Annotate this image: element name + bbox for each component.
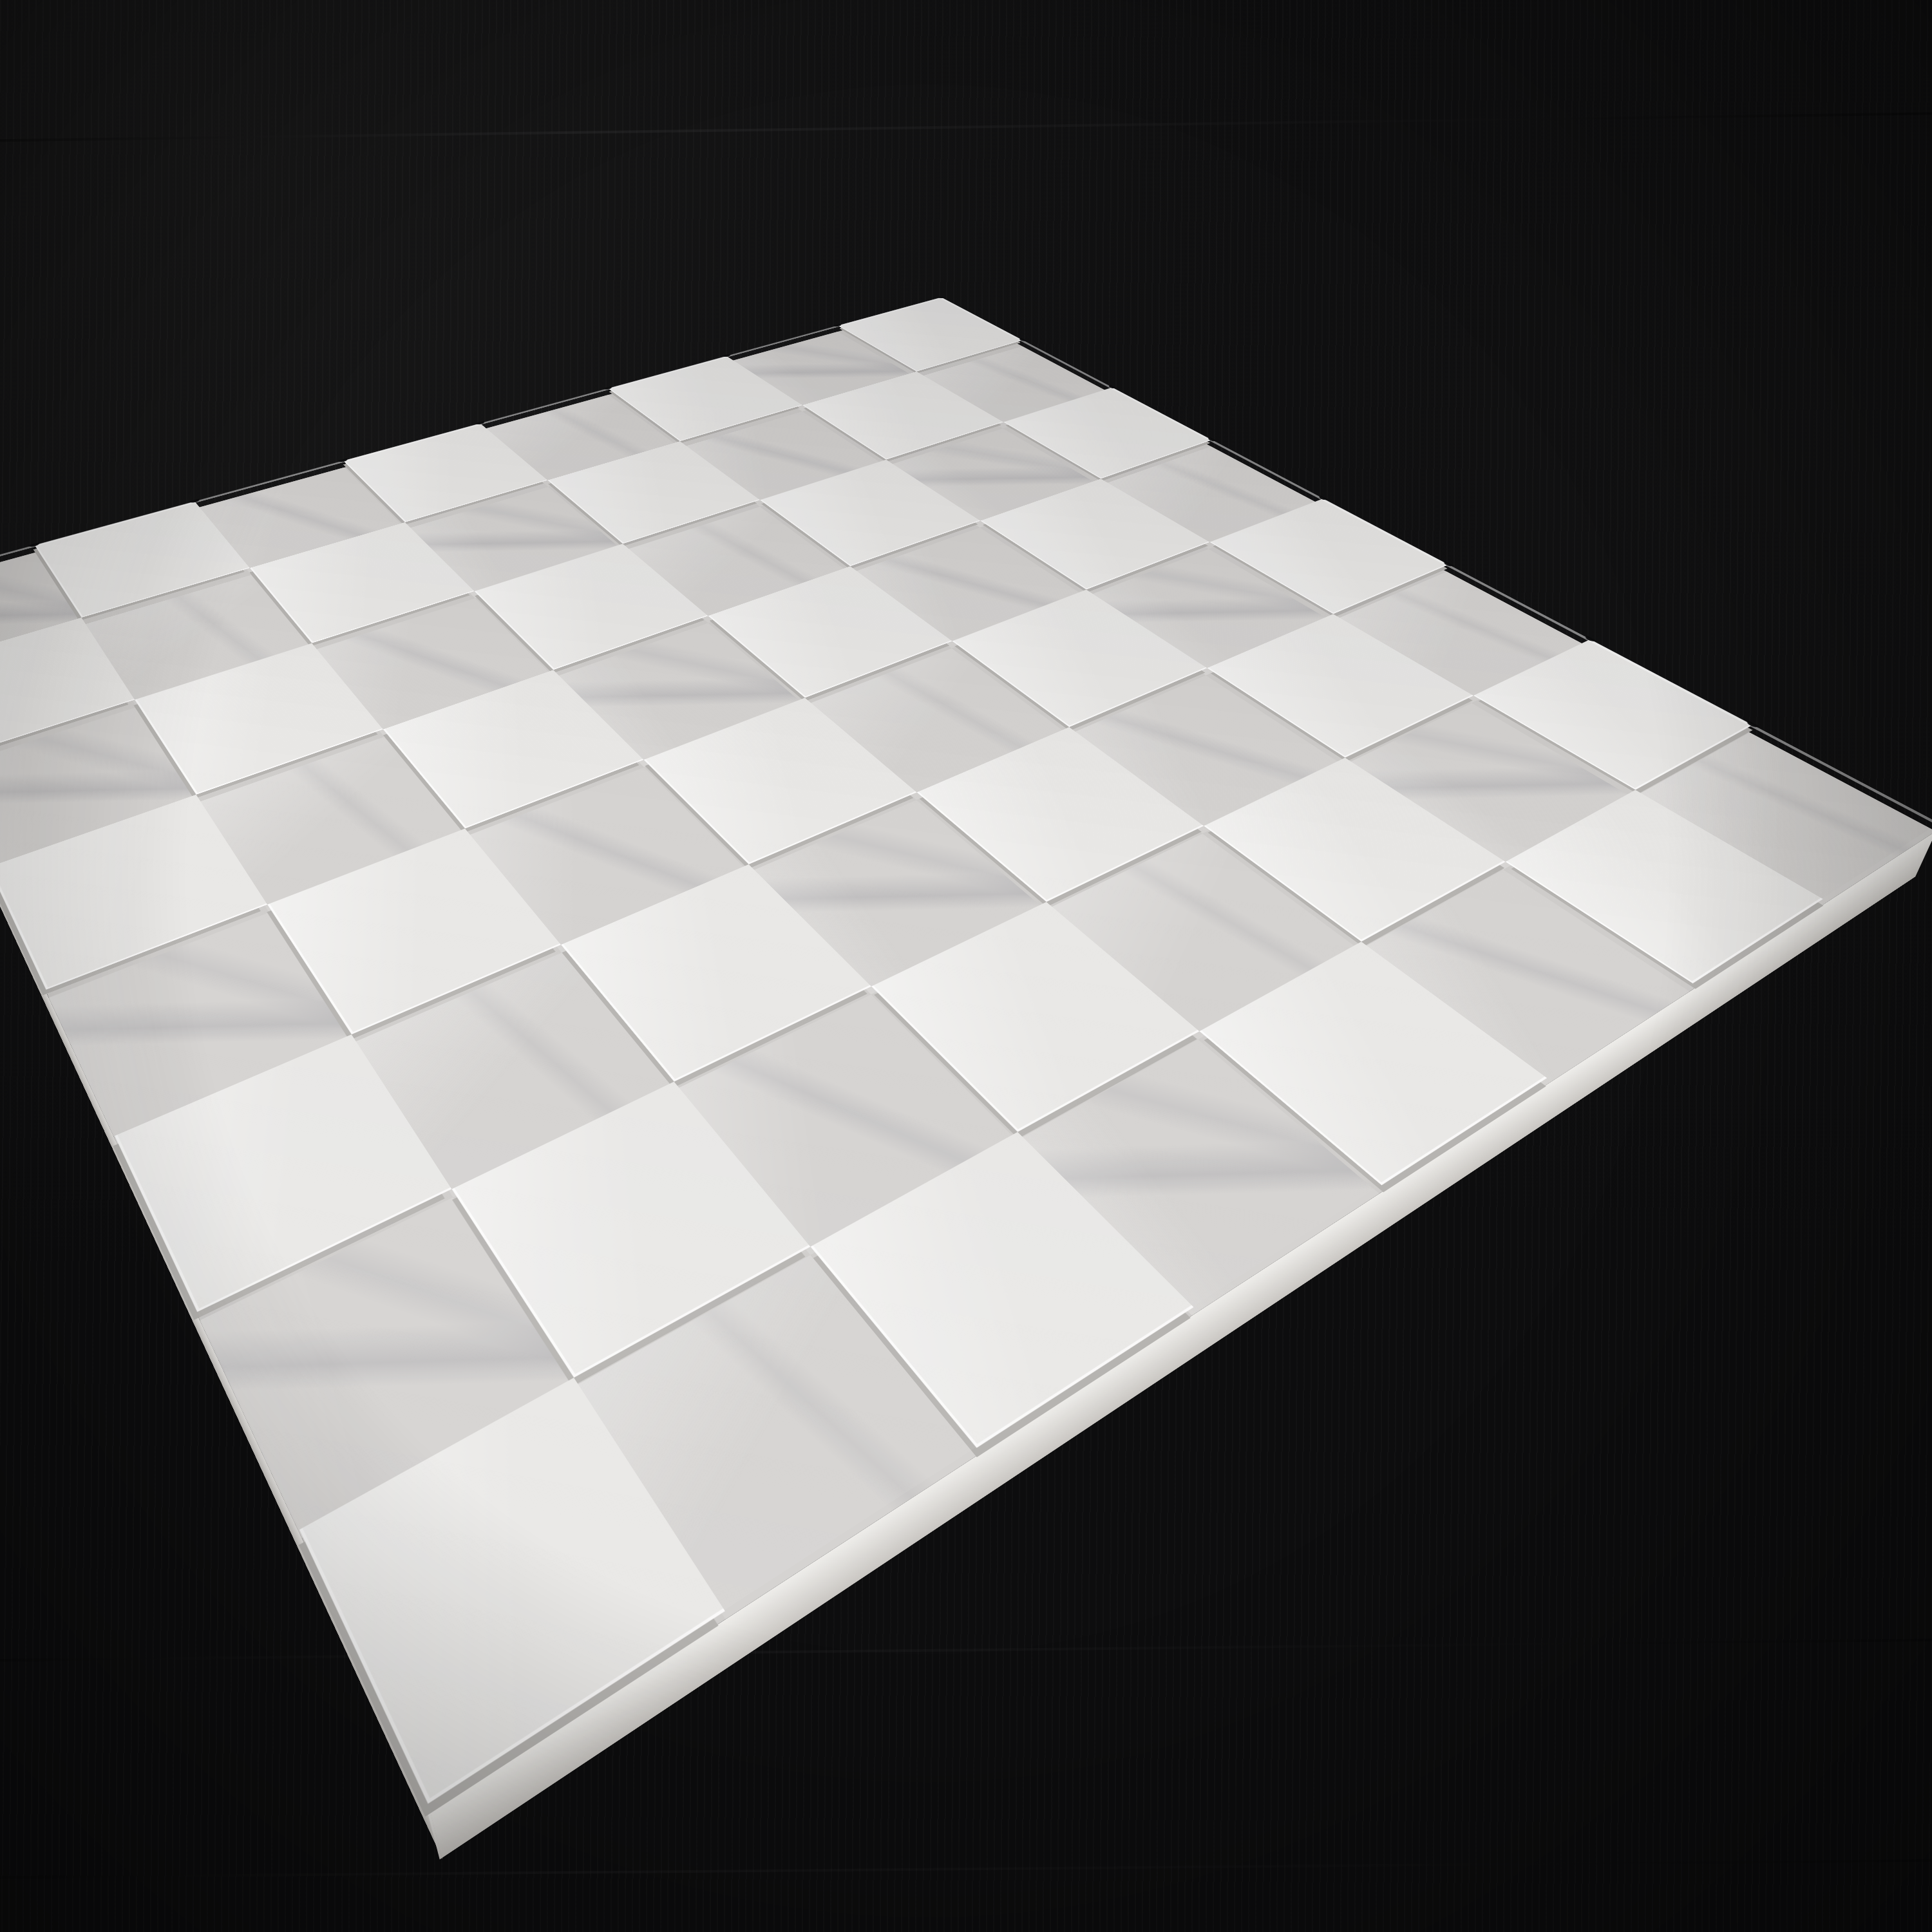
photo-stage	[0, 0, 1932, 1932]
